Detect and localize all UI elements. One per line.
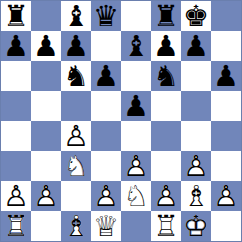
piece-outline: ♗ <box>61 211 91 241</box>
piece-outline: ♙ <box>151 181 181 211</box>
square-e3[interactable]: ♟♙ <box>121 151 151 181</box>
square-g6[interactable] <box>181 61 211 91</box>
square-c1[interactable]: ♝♗ <box>61 211 91 241</box>
board-grid: ♜♝♛♜♚♟♟♟♝♟♟♞♟♞♟♟♟♙♞♘♟♙♟♙♟♙♟♙♟♙♞♘♟♙♝♗♟♙♜♖… <box>1 1 241 241</box>
square-e4[interactable] <box>121 121 151 151</box>
black-pawn[interactable]: ♟ <box>1 31 31 61</box>
square-e7[interactable]: ♝ <box>121 31 151 61</box>
black-rook[interactable]: ♜ <box>151 1 181 31</box>
white-pawn[interactable]: ♟♙ <box>121 151 151 181</box>
piece-outline: ♙ <box>121 151 151 181</box>
white-bishop[interactable]: ♝♗ <box>61 211 91 241</box>
white-knight[interactable]: ♞♘ <box>61 151 91 181</box>
piece-outline: ♘ <box>61 151 91 181</box>
square-g3[interactable]: ♟♙ <box>181 151 211 181</box>
square-c7[interactable]: ♟ <box>61 31 91 61</box>
square-a6[interactable] <box>1 61 31 91</box>
white-rook[interactable]: ♜♖ <box>151 211 181 241</box>
black-pawn[interactable]: ♟ <box>121 91 151 121</box>
white-pawn[interactable]: ♟♙ <box>181 151 211 181</box>
square-a5[interactable] <box>1 91 31 121</box>
white-pawn[interactable]: ♟♙ <box>31 181 61 211</box>
black-pawn[interactable]: ♟ <box>211 61 241 91</box>
white-king[interactable]: ♚♔ <box>181 211 211 241</box>
black-rook[interactable]: ♜ <box>1 1 31 31</box>
square-h6[interactable]: ♟ <box>211 61 241 91</box>
square-c5[interactable] <box>61 91 91 121</box>
square-h2[interactable]: ♟♙ <box>211 181 241 211</box>
square-d3[interactable] <box>91 151 121 181</box>
square-f5[interactable] <box>151 91 181 121</box>
white-pawn[interactable]: ♟♙ <box>151 181 181 211</box>
square-a2[interactable]: ♟♙ <box>1 181 31 211</box>
square-f8[interactable]: ♜ <box>151 1 181 31</box>
piece-outline: ♕ <box>91 211 121 241</box>
white-pawn[interactable]: ♟♙ <box>211 181 241 211</box>
piece-outline: ♔ <box>181 211 211 241</box>
white-pawn[interactable]: ♟♙ <box>91 181 121 211</box>
square-d6[interactable]: ♟ <box>91 61 121 91</box>
square-b2[interactable]: ♟♙ <box>31 181 61 211</box>
square-c3[interactable]: ♞♘ <box>61 151 91 181</box>
black-pawn[interactable]: ♟ <box>61 31 91 61</box>
white-pawn[interactable]: ♟♙ <box>61 121 91 151</box>
piece-outline: ♙ <box>61 121 91 151</box>
square-e2[interactable]: ♞♘ <box>121 181 151 211</box>
square-h8[interactable] <box>211 1 241 31</box>
piece-outline: ♙ <box>31 181 61 211</box>
black-bishop[interactable]: ♝ <box>121 31 151 61</box>
piece-outline: ♖ <box>1 211 31 241</box>
square-f2[interactable]: ♟♙ <box>151 181 181 211</box>
square-e6[interactable] <box>121 61 151 91</box>
square-b3[interactable] <box>31 151 61 181</box>
square-c4[interactable]: ♟♙ <box>61 121 91 151</box>
black-king[interactable]: ♚ <box>181 1 211 31</box>
square-f3[interactable] <box>151 151 181 181</box>
piece-outline: ♗ <box>181 181 211 211</box>
square-d7[interactable] <box>91 31 121 61</box>
piece-outline: ♙ <box>1 181 31 211</box>
square-b5[interactable] <box>31 91 61 121</box>
white-bishop[interactable]: ♝♗ <box>181 181 211 211</box>
square-b4[interactable] <box>31 121 61 151</box>
black-bishop[interactable]: ♝ <box>61 1 91 31</box>
square-g2[interactable]: ♝♗ <box>181 181 211 211</box>
square-b1[interactable] <box>31 211 61 241</box>
square-g8[interactable]: ♚ <box>181 1 211 31</box>
square-f7[interactable]: ♟ <box>151 31 181 61</box>
white-knight[interactable]: ♞♘ <box>121 181 151 211</box>
black-pawn[interactable]: ♟ <box>181 31 211 61</box>
square-g4[interactable] <box>181 121 211 151</box>
square-g5[interactable] <box>181 91 211 121</box>
black-pawn[interactable]: ♟ <box>151 31 181 61</box>
square-e1[interactable] <box>121 211 151 241</box>
square-d8[interactable]: ♛ <box>91 1 121 31</box>
chess-board: ♜♝♛♜♚♟♟♟♝♟♟♞♟♞♟♟♟♙♞♘♟♙♟♙♟♙♟♙♟♙♞♘♟♙♝♗♟♙♜♖… <box>0 0 242 242</box>
square-g1[interactable]: ♚♔ <box>181 211 211 241</box>
square-e8[interactable] <box>121 1 151 31</box>
square-f4[interactable] <box>151 121 181 151</box>
piece-outline: ♙ <box>211 181 241 211</box>
piece-outline: ♘ <box>121 181 151 211</box>
square-c6[interactable]: ♞ <box>61 61 91 91</box>
square-f6[interactable]: ♞ <box>151 61 181 91</box>
square-b8[interactable] <box>31 1 61 31</box>
square-c8[interactable]: ♝ <box>61 1 91 31</box>
square-a7[interactable]: ♟ <box>1 31 31 61</box>
white-queen[interactable]: ♛♕ <box>91 211 121 241</box>
white-pawn[interactable]: ♟♙ <box>1 181 31 211</box>
square-b6[interactable] <box>31 61 61 91</box>
square-d4[interactable] <box>91 121 121 151</box>
square-g7[interactable]: ♟ <box>181 31 211 61</box>
square-a1[interactable]: ♜♖ <box>1 211 31 241</box>
square-h1[interactable] <box>211 211 241 241</box>
black-pawn[interactable]: ♟ <box>91 61 121 91</box>
black-knight[interactable]: ♞ <box>61 61 91 91</box>
square-h4[interactable] <box>211 121 241 151</box>
square-d5[interactable] <box>91 91 121 121</box>
square-h5[interactable] <box>211 91 241 121</box>
square-a3[interactable] <box>1 151 31 181</box>
black-pawn[interactable]: ♟ <box>31 31 61 61</box>
piece-outline: ♙ <box>91 181 121 211</box>
square-d2[interactable]: ♟♙ <box>91 181 121 211</box>
square-a8[interactable]: ♜ <box>1 1 31 31</box>
black-queen[interactable]: ♛ <box>91 1 121 31</box>
square-f1[interactable]: ♜♖ <box>151 211 181 241</box>
square-h3[interactable] <box>211 151 241 181</box>
piece-outline: ♙ <box>181 151 211 181</box>
square-d1[interactable]: ♛♕ <box>91 211 121 241</box>
white-rook[interactable]: ♜♖ <box>1 211 31 241</box>
square-e5[interactable]: ♟ <box>121 91 151 121</box>
square-a4[interactable] <box>1 121 31 151</box>
square-c2[interactable] <box>61 181 91 211</box>
square-b7[interactable]: ♟ <box>31 31 61 61</box>
square-h7[interactable] <box>211 31 241 61</box>
piece-outline: ♖ <box>151 211 181 241</box>
black-knight[interactable]: ♞ <box>151 61 181 91</box>
